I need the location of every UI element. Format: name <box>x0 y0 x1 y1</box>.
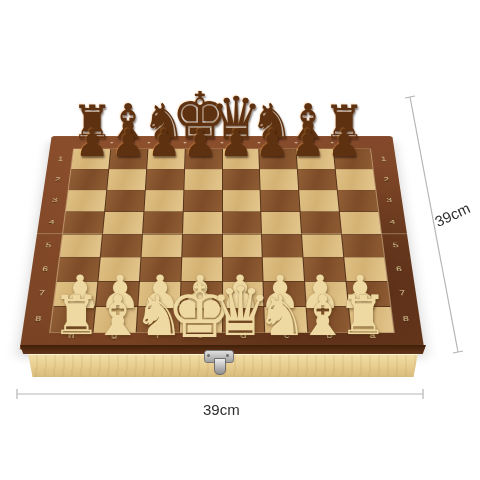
square-d2 <box>222 169 259 189</box>
rank-label-5-right: 5 <box>392 243 398 249</box>
rank-label-4-left: 4 <box>48 220 54 226</box>
square-h5 <box>60 234 102 257</box>
piece-dark-pawn-g2: ♟ <box>111 124 145 162</box>
square-g2 <box>107 169 146 189</box>
square-c5 <box>262 234 302 257</box>
rank-label-2-right: 2 <box>383 177 389 182</box>
rank-label-3-left: 3 <box>52 198 58 203</box>
rank-label-6-left: 6 <box>42 266 49 272</box>
product-photo-scene: hgfedcba1122334455667788 ♜♝♞♚♛♞♝♜♟♟♟♟♟♟♟… <box>0 0 480 480</box>
square-h3 <box>66 190 106 211</box>
rank-label-7-right: 7 <box>399 291 406 297</box>
piece-dark-pawn-b2: ♟ <box>291 124 325 162</box>
square-c2 <box>260 169 298 189</box>
clasp-hook <box>214 358 226 375</box>
rank-label-8-left: 8 <box>35 316 42 323</box>
rank-label-1-left: 1 <box>57 157 63 162</box>
square-a4 <box>340 212 381 234</box>
rank-label-8-right: 8 <box>402 316 409 323</box>
square-h2 <box>69 169 108 189</box>
fold-seam <box>37 233 407 234</box>
rank-label-7-left: 7 <box>38 291 45 297</box>
square-c4 <box>262 212 302 234</box>
rank-label-6-right: 6 <box>396 266 403 272</box>
square-e4 <box>183 212 222 234</box>
piece-dark-pawn-f2: ♟ <box>147 124 181 162</box>
piece-dark-pawn-h2: ♟ <box>75 124 109 162</box>
square-g5 <box>101 234 142 257</box>
metal-clasp-icon <box>204 350 234 377</box>
clasp-screw-right <box>226 354 229 357</box>
square-e3 <box>183 190 221 211</box>
height-dimension-label: 39cm <box>433 200 473 229</box>
square-a2 <box>336 169 375 189</box>
square-a3 <box>338 190 378 211</box>
square-d4 <box>222 212 261 234</box>
square-b2 <box>298 169 337 189</box>
square-g4 <box>103 212 143 234</box>
piece-dark-pawn-e2: ♟ <box>183 124 217 162</box>
square-d3 <box>222 190 260 211</box>
square-f2 <box>146 169 184 189</box>
rank-label-2-left: 2 <box>55 177 61 182</box>
square-b5 <box>302 234 343 257</box>
rank-label-3-right: 3 <box>386 198 392 203</box>
square-e2 <box>184 169 221 189</box>
rank-label-1-right: 1 <box>381 157 387 162</box>
rank-label-4-right: 4 <box>389 220 395 226</box>
square-g3 <box>105 190 145 211</box>
square-h4 <box>63 212 104 234</box>
piece-dark-pawn-d2: ♟ <box>219 124 253 162</box>
clasp-screw-left <box>207 354 210 357</box>
square-d5 <box>223 234 263 257</box>
width-dimension-line <box>17 389 423 399</box>
square-f4 <box>143 212 183 234</box>
square-f5 <box>141 234 181 257</box>
square-b3 <box>299 190 339 211</box>
rank-label-5-left: 5 <box>45 243 51 249</box>
width-dimension-label: 39cm <box>203 402 240 417</box>
piece-dark-pawn-c2: ♟ <box>255 124 289 162</box>
piece-dark-pawn-a2: ♟ <box>327 124 361 162</box>
square-e5 <box>182 234 222 257</box>
square-a5 <box>342 234 384 257</box>
square-c3 <box>261 190 300 211</box>
square-b4 <box>301 212 341 234</box>
square-f3 <box>144 190 183 211</box>
piece-light-rook-a8: ♜ <box>339 289 387 343</box>
